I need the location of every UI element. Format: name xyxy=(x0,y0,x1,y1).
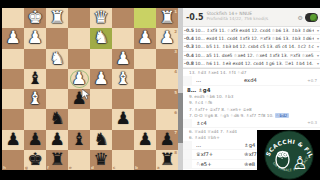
white-move[interactable]: … xyxy=(192,77,240,83)
white-queen[interactable]: ♛ xyxy=(90,7,112,27)
square-g6[interactable] xyxy=(24,109,46,129)
black-pawn[interactable]: ♟ xyxy=(2,129,24,149)
black-pawn[interactable]: ♟ xyxy=(46,129,68,149)
square-c1[interactable] xyxy=(112,8,134,28)
square-c7[interactable] xyxy=(112,130,134,150)
square-g3[interactable] xyxy=(24,49,46,69)
square-f3[interactable]: ♞ xyxy=(46,49,68,69)
engine-header: -0.5 Stockfish 14+ NNUE Profondità 14/22… xyxy=(183,8,320,27)
square-f1[interactable]: ♜ xyxy=(46,8,68,28)
square-c6[interactable]: ♟ xyxy=(112,109,134,129)
current-move-highlight[interactable]: ♘bd2 xyxy=(275,113,289,118)
black-knight[interactable]: ♞ xyxy=(46,108,68,128)
white-bishop[interactable]: ♝ xyxy=(112,68,134,88)
black-pawn[interactable]: ♟ xyxy=(24,129,46,149)
black-knight[interactable]: ♞ xyxy=(90,129,112,149)
square-e8[interactable]: e xyxy=(68,150,90,170)
line-moves: 10… a5 11. dxe5 ♘xe4 12. ♘xe4 ♗xf3 13. ♕… xyxy=(195,53,314,58)
square-b4[interactable] xyxy=(134,69,156,89)
square-b1[interactable] xyxy=(134,8,156,28)
square-f5[interactable] xyxy=(46,89,68,109)
black-move[interactable]: exd4 xyxy=(240,77,288,83)
square-d3[interactable] xyxy=(90,49,112,69)
line-moves: 10… ♗xf3 11. ♘xf3 exd4 12. cxd4 ♘b6 13. … xyxy=(195,28,314,33)
white-move[interactable]: ♕xf7+ xyxy=(192,151,240,157)
square-e6[interactable] xyxy=(68,109,90,129)
line-moves: 10… b5 11. ♗b3 b4 12. cxb4 c5 13. d5 c4 … xyxy=(195,44,314,49)
black-rook[interactable]: ♜ xyxy=(46,149,68,169)
square-e4[interactable]: ♟ xyxy=(68,69,90,89)
square-d2[interactable]: ♞ xyxy=(90,28,112,48)
white-king[interactable]: ♚ xyxy=(24,7,46,27)
engine-lines: -0.510… ♗xf3 11. ♘xf3 exd4 12. cxd4 ♘b6 … xyxy=(183,27,320,69)
rank-coord-6: 6 xyxy=(174,110,177,115)
white-move[interactable]: ♘e5+ xyxy=(192,161,240,167)
square-d6[interactable] xyxy=(90,109,112,129)
square-f2[interactable] xyxy=(46,28,68,48)
line-eval: -0.5 xyxy=(184,28,195,33)
square-c3[interactable]: ♟ xyxy=(112,49,134,69)
square-e2[interactable] xyxy=(68,28,90,48)
square-c5[interactable] xyxy=(112,89,134,109)
white-knight[interactable]: ♞ xyxy=(90,27,112,47)
move-row: …exd4+0.7 xyxy=(183,76,320,86)
line-eval: -0.8 xyxy=(184,61,195,66)
square-c8[interactable]: c xyxy=(112,150,134,170)
square-e3[interactable] xyxy=(68,49,90,69)
square-a7[interactable]: ♟7 xyxy=(156,130,178,150)
chevron-down-icon[interactable]: ▾ xyxy=(314,53,319,58)
square-d1[interactable]: ♛ xyxy=(90,8,112,28)
square-g8[interactable]: ♚g xyxy=(24,150,46,170)
white-pawn[interactable]: ♟ xyxy=(2,27,24,47)
square-a5[interactable]: 5 xyxy=(156,89,178,109)
line-eval: -0.3 xyxy=(184,44,195,49)
engine-info: Stockfish 14+ NNUE Profondità 14/22, 756… xyxy=(207,12,298,22)
engine-line-5[interactable]: -0.810… h6 11. ♗e3 exd4 12. cxd4 ♗g6 13.… xyxy=(183,60,320,68)
chevron-down-icon[interactable]: ▾ xyxy=(314,61,319,66)
square-b6[interactable] xyxy=(134,109,156,129)
square-b3[interactable] xyxy=(134,49,156,69)
rank-coord-1: 1 xyxy=(174,9,177,14)
square-c2[interactable] xyxy=(112,28,134,48)
square-c4[interactable]: ♝ xyxy=(112,69,134,89)
square-f6[interactable]: ♞ xyxy=(46,109,68,129)
move-index xyxy=(183,76,192,85)
chevron-down-icon[interactable]: ▾ xyxy=(314,36,319,41)
black-bishop[interactable]: ♝ xyxy=(24,68,46,88)
square-g4[interactable]: ♝ xyxy=(24,69,46,89)
engine-line-4[interactable]: -0.410… a5 11. dxe5 ♘xe4 12. ♘xe4 ♗xf3 1… xyxy=(183,52,320,60)
move-eval: +0.3 xyxy=(288,120,320,125)
square-h8[interactable]: h xyxy=(2,150,24,170)
black-pawn[interactable]: ♟ xyxy=(112,108,134,128)
line-moves: 10… h6 11. ♗e3 exd4 12. cxd4 ♗g6 13. ♖e1… xyxy=(195,61,314,66)
square-a1[interactable]: ♜1 xyxy=(156,8,178,28)
engine-toggle[interactable] xyxy=(305,13,318,22)
square-d7[interactable]: ♞ xyxy=(90,130,112,150)
square-b7[interactable]: ♟ xyxy=(134,130,156,150)
variation-heading[interactable]: 8… ♗g4 xyxy=(183,86,320,94)
rank-coord-4: 4 xyxy=(174,69,177,74)
screenshot-stage: ♚♜♛♜1♟♟♞♟♟2♞♟3♝♟♟♝4♝♟5♞♟6♟♟♟♝♞♟♟7h♚g♜fe♛… xyxy=(0,0,320,180)
square-a3[interactable]: 3 xyxy=(156,49,178,69)
engine-line-2[interactable]: -0.410… exd4 11. cxd4 ♗xf3 12. ♕xf3 ♘b6 … xyxy=(183,35,320,43)
white-pawn[interactable]: ♟ xyxy=(134,27,156,47)
white-move[interactable]: ♗c4 xyxy=(192,120,240,126)
line-eval: -0.4 xyxy=(184,36,195,41)
move-index xyxy=(183,141,192,150)
white-move[interactable]: … xyxy=(192,142,240,148)
square-a4[interactable]: 4 xyxy=(156,69,178,89)
square-f8[interactable]: ♜f xyxy=(46,150,68,170)
rank-coord-8: 8 xyxy=(174,150,177,155)
gear-icon[interactable]: ⚙ xyxy=(298,14,303,21)
white-knight[interactable]: ♞ xyxy=(46,48,68,68)
square-d4[interactable]: ♟ xyxy=(90,69,112,89)
square-d5[interactable] xyxy=(90,89,112,109)
square-e7[interactable]: ♝ xyxy=(68,130,90,150)
square-d8[interactable]: ♛d xyxy=(90,150,112,170)
square-g2[interactable]: ♟ xyxy=(24,28,46,48)
square-h7[interactable]: ♟ xyxy=(2,130,24,150)
white-bishop[interactable]: ♝ xyxy=(24,88,46,108)
square-b5[interactable] xyxy=(134,89,156,109)
square-h1[interactable] xyxy=(2,8,24,28)
engine-depth: Profondità 14/22, 756 knodi/s xyxy=(207,17,298,22)
square-h3[interactable] xyxy=(2,49,24,69)
chess-board[interactable]: ♚♜♛♜1♟♟♞♟♟2♞♟3♝♟♟♝4♝♟5♞♟6♟♟♟♝♞♟♟7h♚g♜fe♛… xyxy=(2,8,178,170)
square-a6[interactable]: 6 xyxy=(156,109,178,129)
chevron-down-icon[interactable]: ▾ xyxy=(314,44,319,49)
engine-line-1[interactable]: -0.510… ♗xf3 11. ♘xf3 exd4 12. cxd4 ♘b6 … xyxy=(183,27,320,35)
move-eval: +0.7 xyxy=(288,78,320,83)
white-pawn[interactable]: ♟ xyxy=(68,68,90,88)
black-pawn[interactable]: ♟ xyxy=(134,129,156,149)
engine-eval-score: -0.5 xyxy=(186,13,204,22)
square-h6[interactable] xyxy=(2,109,24,129)
rank-coord-3: 3 xyxy=(174,49,177,54)
black-bishop[interactable]: ♝ xyxy=(68,129,90,149)
line-moves: 10… exd4 11. cxd4 ♗xf3 12. ♕xf3 ♘b6 13. … xyxy=(195,36,314,41)
rank-coord-5: 5 xyxy=(174,90,177,95)
white-pawn[interactable]: ♟ xyxy=(90,68,112,88)
mouse-cursor xyxy=(82,89,90,100)
square-h2[interactable]: ♟ xyxy=(2,28,24,48)
line-eval: -0.4 xyxy=(184,53,195,58)
engine-line-3[interactable]: -0.310… b5 11. ♗b3 b4 12. cxb4 c5 13. d5… xyxy=(183,43,320,51)
move-index xyxy=(183,160,192,169)
rank-coord-2: 2 xyxy=(174,29,177,34)
square-f4[interactable] xyxy=(46,69,68,89)
square-g7[interactable]: ♟ xyxy=(24,130,46,150)
square-h5[interactable] xyxy=(2,89,24,109)
engine-toggle-knob xyxy=(310,14,317,21)
channel-logo: SCACCHI & FILIBUSTA UN CANALE PER SCACCH… xyxy=(257,130,320,180)
pawn-icon: ♙ xyxy=(292,153,308,173)
square-b8[interactable]: b xyxy=(134,150,156,170)
white-pawn[interactable]: ♟ xyxy=(112,48,134,68)
square-e1[interactable] xyxy=(68,8,90,28)
move-index xyxy=(183,119,192,128)
square-g5[interactable]: ♝ xyxy=(24,89,46,109)
rank-coord-7: 7 xyxy=(174,130,177,135)
move-row: ♗c4+0.3 xyxy=(183,119,320,129)
square-a8[interactable]: ♜a8 xyxy=(156,150,178,170)
square-h4[interactable] xyxy=(2,69,24,89)
white-pawn[interactable]: ♟ xyxy=(24,27,46,47)
square-f7[interactable]: ♟ xyxy=(46,130,68,150)
chevron-down-icon[interactable]: ▾ xyxy=(314,28,319,33)
square-b2[interactable]: ♟ xyxy=(134,28,156,48)
square-g1[interactable]: ♚ xyxy=(24,8,46,28)
square-a2[interactable]: ♟2 xyxy=(156,28,178,48)
move-index xyxy=(183,150,192,159)
white-rook[interactable]: ♜ xyxy=(46,7,68,27)
